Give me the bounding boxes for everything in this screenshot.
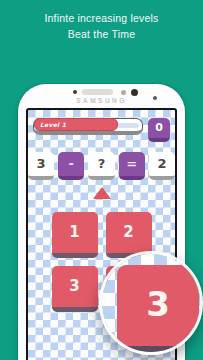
equation-missing-slot: ? [88, 152, 114, 180]
header-line-2: Beat the Time [0, 26, 203, 42]
hud-bar: Level 1 0 [28, 110, 175, 142]
promo-header: Infinte increasing levels Beat the Time [0, 10, 203, 42]
magnified-answer-tile: 3 [117, 265, 199, 355]
earpiece-speaker-icon [82, 89, 113, 95]
level-progress-track: Level 1 [33, 118, 143, 135]
answer-tile-1[interactable]: 1 [52, 212, 98, 258]
magnifier-lens: 3 [99, 251, 203, 355]
phone-brand-label: SAMSUNG [18, 97, 185, 104]
header-line-1: Infinte increasing levels [0, 10, 203, 26]
equation-operand-tile: 3 [28, 152, 54, 180]
equation-equals-tile: = [119, 152, 145, 180]
front-camera-icon [73, 90, 77, 94]
equation-operator-tile: - [58, 152, 84, 180]
camera-lens-icon [131, 89, 138, 96]
proximity-sensor-icon [121, 90, 126, 95]
promo-canvas: Infinte increasing levels Beat the Time … [0, 0, 203, 360]
timer-badge: 0 [148, 118, 170, 142]
level-progress-fill: Level 1 [34, 118, 118, 131]
level-label: Level 1 [40, 121, 66, 128]
equation-result-tile: 2 [149, 152, 175, 180]
equation-row: 3 - ? = 2 [28, 152, 175, 180]
answer-tile-3[interactable]: 3 [52, 266, 98, 312]
pointer-triangle-icon [93, 187, 111, 199]
